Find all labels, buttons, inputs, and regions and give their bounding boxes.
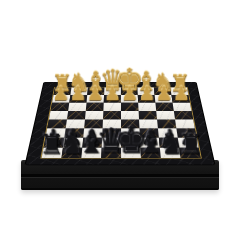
piece-gold-pawn: ♟: [69, 84, 86, 103]
square-r1c2: ♟: [87, 95, 105, 103]
square-r1c1: ♟: [69, 95, 87, 103]
piece-gold-pawn: ♟: [155, 84, 172, 103]
square-r1c3: ♟: [104, 95, 121, 103]
square-r2c1: [68, 103, 86, 111]
square-r1c5: ♟: [138, 95, 156, 103]
square-r2c7: [173, 103, 192, 111]
square-r1c0: ♟: [52, 95, 70, 103]
square-r1c6: ♟: [155, 95, 173, 103]
board-grid: ♜♞♝♛♚♝♞♜♟♟♟♟♟♟♟♟♟♟♟♟♟♟♟♟♜♞♝♛♚♝♞♜: [40, 87, 201, 158]
square-r1c4: ♟: [121, 95, 138, 103]
piece-gold-pawn: ♟: [173, 84, 190, 103]
square-r1c7: ♟: [171, 95, 189, 103]
square-r2c0: [51, 103, 70, 111]
square-r3c1: [67, 111, 86, 120]
piece-gold-pawn: ♟: [121, 84, 138, 103]
square-r2c2: [86, 103, 104, 111]
piece-gold-pawn: ♟: [104, 84, 121, 103]
square-r3c7: [174, 111, 193, 120]
piece-gold-pawn: ♟: [52, 84, 69, 103]
square-r7c7: ♜: [179, 148, 200, 158]
chess-board: ♜♞♝♛♚♝♞♜♟♟♟♟♟♟♟♟♟♟♟♟♟♟♟♟♜♞♝♛♚♝♞♜: [24, 82, 215, 165]
chess-set-photo: ♜♞♝♛♚♝♞♜♟♟♟♟♟♟♟♟♟♟♟♟♟♟♟♟♜♞♝♛♚♝♞♜: [0, 0, 240, 240]
piece-black-rook: ♜: [178, 130, 203, 158]
square-r2c4: [121, 103, 139, 111]
square-r2c6: [155, 103, 173, 111]
square-r2c3: [103, 103, 121, 111]
square-r3c6: [156, 111, 175, 120]
board-scene: ♜♞♝♛♚♝♞♜♟♟♟♟♟♟♟♟♟♟♟♟♟♟♟♟♜♞♝♛♚♝♞♜: [0, 0, 240, 240]
square-r2c5: [138, 103, 156, 111]
square-r3c0: [49, 111, 68, 120]
square-r3c2: [85, 111, 103, 120]
piece-gold-pawn: ♟: [87, 84, 104, 103]
piece-gold-pawn: ♟: [138, 84, 155, 103]
